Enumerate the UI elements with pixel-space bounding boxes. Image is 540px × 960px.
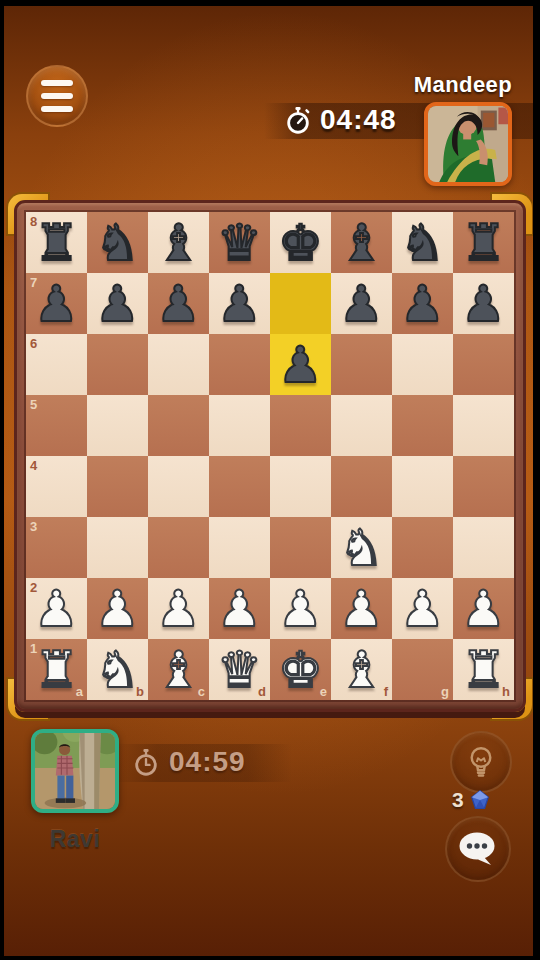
woman-in-green-sari-photo bbox=[428, 106, 508, 182]
rank-label-3: 3 bbox=[30, 520, 37, 533]
rank-label-8: 8 bbox=[30, 215, 37, 228]
square-h3[interactable] bbox=[453, 517, 514, 578]
square-a6[interactable]: 6 bbox=[26, 334, 87, 395]
square-f1[interactable]: f♝ bbox=[331, 639, 392, 700]
square-h2[interactable]: ♟ bbox=[453, 578, 514, 639]
black-pawn-h7: ♟ bbox=[453, 273, 514, 334]
square-b7[interactable]: ♟ bbox=[87, 273, 148, 334]
square-a8[interactable]: 8♜ bbox=[26, 212, 87, 273]
white-pawn-a2: ♟ bbox=[26, 578, 87, 639]
square-g8[interactable]: ♞ bbox=[392, 212, 453, 273]
square-c4[interactable] bbox=[148, 456, 209, 517]
black-pawn-g7: ♟ bbox=[392, 273, 453, 334]
square-f5[interactable] bbox=[331, 395, 392, 456]
square-e6[interactable]: ♟ bbox=[270, 334, 331, 395]
rank-label-7: 7 bbox=[30, 276, 37, 289]
chat-button[interactable] bbox=[445, 816, 511, 882]
square-g5[interactable] bbox=[392, 395, 453, 456]
black-knight-g8: ♞ bbox=[392, 212, 453, 273]
square-g1[interactable]: g bbox=[392, 639, 453, 700]
white-knight-b1: ♞ bbox=[87, 639, 148, 700]
black-bishop-c8: ♝ bbox=[148, 212, 209, 273]
black-bishop-f8: ♝ bbox=[331, 212, 392, 273]
white-pawn-c2: ♟ bbox=[148, 578, 209, 639]
game-screen: Mandeep 04:48 bbox=[0, 0, 540, 960]
board-grid: 8♜♞♝♛♚♝♞♜7♟♟♟♟♟♟♟6♟543♞2♟♟♟♟♟♟♟♟1a♜b♞c♝d… bbox=[26, 212, 514, 700]
white-pawn-f2: ♟ bbox=[331, 578, 392, 639]
rank-label-1: 1 bbox=[30, 642, 37, 655]
file-label-a: a bbox=[76, 685, 83, 698]
square-g4[interactable] bbox=[392, 456, 453, 517]
square-e7[interactable] bbox=[270, 273, 331, 334]
square-f7[interactable]: ♟ bbox=[331, 273, 392, 334]
square-h6[interactable] bbox=[453, 334, 514, 395]
square-d4[interactable] bbox=[209, 456, 270, 517]
square-g2[interactable]: ♟ bbox=[392, 578, 453, 639]
square-f3[interactable]: ♞ bbox=[331, 517, 392, 578]
file-label-b: b bbox=[136, 685, 144, 698]
black-pawn-c7: ♟ bbox=[148, 273, 209, 334]
square-c3[interactable] bbox=[148, 517, 209, 578]
square-a5[interactable]: 5 bbox=[26, 395, 87, 456]
letterbox-edge bbox=[0, 0, 4, 960]
hint-cost: 3 bbox=[452, 788, 491, 812]
square-a1[interactable]: 1a♜ bbox=[26, 639, 87, 700]
hint-count: 3 bbox=[452, 788, 464, 812]
white-queen-d1: ♛ bbox=[209, 639, 270, 700]
square-f6[interactable] bbox=[331, 334, 392, 395]
letterbox-edge bbox=[0, 956, 540, 960]
square-b1[interactable]: b♞ bbox=[87, 639, 148, 700]
square-b3[interactable] bbox=[87, 517, 148, 578]
square-c5[interactable] bbox=[148, 395, 209, 456]
black-king-e8: ♚ bbox=[270, 212, 331, 273]
square-e1[interactable]: e♚ bbox=[270, 639, 331, 700]
black-knight-b8: ♞ bbox=[87, 212, 148, 273]
file-label-g: g bbox=[441, 685, 449, 698]
square-c6[interactable] bbox=[148, 334, 209, 395]
hint-button[interactable] bbox=[450, 731, 512, 793]
square-f4[interactable] bbox=[331, 456, 392, 517]
white-rook-h1: ♜ bbox=[453, 639, 514, 700]
rank-label-4: 4 bbox=[30, 459, 37, 472]
letterbox-edge bbox=[0, 0, 540, 6]
black-pawn-b7: ♟ bbox=[87, 273, 148, 334]
square-e8[interactable]: ♚ bbox=[270, 212, 331, 273]
square-h7[interactable]: ♟ bbox=[453, 273, 514, 334]
black-pawn-f7: ♟ bbox=[331, 273, 392, 334]
square-a2[interactable]: 2♟ bbox=[26, 578, 87, 639]
black-rook-h8: ♜ bbox=[453, 212, 514, 273]
square-e4[interactable] bbox=[270, 456, 331, 517]
square-f8[interactable]: ♝ bbox=[331, 212, 392, 273]
white-pawn-b2: ♟ bbox=[87, 578, 148, 639]
stopwatch-icon bbox=[284, 106, 312, 134]
square-g6[interactable] bbox=[392, 334, 453, 395]
player-clock-time: 04:59 bbox=[169, 746, 246, 778]
blue-gem-icon bbox=[469, 789, 491, 811]
square-d3[interactable] bbox=[209, 517, 270, 578]
square-d8[interactable]: ♛ bbox=[209, 212, 270, 273]
square-h8[interactable]: ♜ bbox=[453, 212, 514, 273]
square-b5[interactable] bbox=[87, 395, 148, 456]
square-e5[interactable] bbox=[270, 395, 331, 456]
square-d7[interactable]: ♟ bbox=[209, 273, 270, 334]
square-d2[interactable]: ♟ bbox=[209, 578, 270, 639]
black-pawn-e6: ♟ bbox=[270, 334, 331, 395]
square-a4[interactable]: 4 bbox=[26, 456, 87, 517]
white-king-e1: ♚ bbox=[270, 639, 331, 700]
man-by-tree-photo bbox=[35, 733, 115, 809]
lightbulb-icon bbox=[463, 744, 499, 780]
square-b8[interactable]: ♞ bbox=[87, 212, 148, 273]
square-a7[interactable]: 7♟ bbox=[26, 273, 87, 334]
chess-board: 8♜♞♝♛♚♝♞♜7♟♟♟♟♟♟♟6♟543♞2♟♟♟♟♟♟♟♟1a♜b♞c♝d… bbox=[14, 200, 526, 712]
player-avatar[interactable] bbox=[31, 729, 119, 813]
square-c7[interactable]: ♟ bbox=[148, 273, 209, 334]
file-label-e: e bbox=[320, 685, 327, 698]
menu-button[interactable] bbox=[26, 65, 88, 127]
square-h5[interactable] bbox=[453, 395, 514, 456]
file-label-h: h bbox=[502, 685, 510, 698]
letterbox-edge bbox=[533, 0, 540, 960]
white-pawn-h2: ♟ bbox=[453, 578, 514, 639]
opponent-clock: 04:48 bbox=[284, 104, 397, 136]
black-pawn-d7: ♟ bbox=[209, 273, 270, 334]
white-pawn-d2: ♟ bbox=[209, 578, 270, 639]
square-d1[interactable]: d♛ bbox=[209, 639, 270, 700]
player-name: Ravi bbox=[20, 826, 130, 853]
square-d6[interactable] bbox=[209, 334, 270, 395]
square-e3[interactable] bbox=[270, 517, 331, 578]
rank-label-5: 5 bbox=[30, 398, 37, 411]
square-b2[interactable]: ♟ bbox=[87, 578, 148, 639]
rank-label-6: 6 bbox=[30, 337, 37, 350]
square-d5[interactable] bbox=[209, 395, 270, 456]
square-g3[interactable] bbox=[392, 517, 453, 578]
white-bishop-f1: ♝ bbox=[331, 639, 392, 700]
black-pawn-a7: ♟ bbox=[26, 273, 87, 334]
rank-label-2: 2 bbox=[30, 581, 37, 594]
white-pawn-e2: ♟ bbox=[270, 578, 331, 639]
square-b6[interactable] bbox=[87, 334, 148, 395]
white-pawn-g2: ♟ bbox=[392, 578, 453, 639]
square-h4[interactable] bbox=[453, 456, 514, 517]
opponent-name: Mandeep bbox=[290, 72, 512, 98]
chat-bubble-icon bbox=[456, 829, 500, 869]
white-knight-f3: ♞ bbox=[331, 517, 392, 578]
square-f2[interactable]: ♟ bbox=[331, 578, 392, 639]
player-clock: 04:59 bbox=[132, 746, 246, 778]
square-c1[interactable]: c♝ bbox=[148, 639, 209, 700]
opponent-avatar[interactable] bbox=[424, 102, 512, 186]
square-c2[interactable]: ♟ bbox=[148, 578, 209, 639]
file-label-f: f bbox=[384, 685, 388, 698]
square-h1[interactable]: h♜ bbox=[453, 639, 514, 700]
square-a3[interactable]: 3 bbox=[26, 517, 87, 578]
stopwatch-icon bbox=[132, 748, 160, 776]
black-queen-d8: ♛ bbox=[209, 212, 270, 273]
opponent-clock-time: 04:48 bbox=[320, 104, 397, 136]
black-rook-a8: ♜ bbox=[26, 212, 87, 273]
square-g7[interactable]: ♟ bbox=[392, 273, 453, 334]
white-bishop-c1: ♝ bbox=[148, 639, 209, 700]
file-label-d: d bbox=[258, 685, 266, 698]
file-label-c: c bbox=[198, 685, 205, 698]
square-b4[interactable] bbox=[87, 456, 148, 517]
white-rook-a1: ♜ bbox=[26, 639, 87, 700]
square-e2[interactable]: ♟ bbox=[270, 578, 331, 639]
square-c8[interactable]: ♝ bbox=[148, 212, 209, 273]
